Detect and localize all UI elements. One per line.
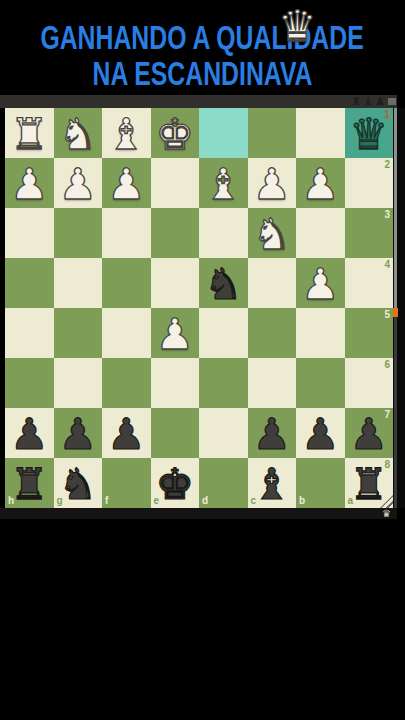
black-pawn[interactable]: ♟ <box>296 408 345 458</box>
white-pawn[interactable]: ♟ <box>102 158 151 208</box>
black-rook[interactable]: ♜ <box>345 458 394 508</box>
square-g8[interactable]: g♞ <box>54 458 103 508</box>
black-pawn[interactable]: ♟ <box>54 408 103 458</box>
square-d6[interactable] <box>199 358 248 408</box>
square-a8[interactable]: 8a♜ <box>345 458 394 508</box>
square-h6[interactable] <box>5 358 54 408</box>
square-c1[interactable] <box>248 108 297 158</box>
square-c8[interactable]: c♝ <box>248 458 297 508</box>
white-pawn[interactable]: ♟ <box>151 308 200 358</box>
square-c3[interactable]: ♞ <box>248 208 297 258</box>
file-label-f: f <box>105 496 108 506</box>
captured-black-bishop-icon: ♝ <box>363 95 373 108</box>
square-g4[interactable] <box>54 258 103 308</box>
white-pawn[interactable]: ♟ <box>296 158 345 208</box>
captured-white-queen-icon: ♛ <box>382 508 391 519</box>
square-d7[interactable] <box>199 408 248 458</box>
square-g3[interactable] <box>54 208 103 258</box>
white-pawn[interactable]: ♟ <box>5 158 54 208</box>
white-bishop[interactable]: ♝ <box>199 158 248 208</box>
chess-board: ♜♞♝♚1♛♟♟♟♝♟♟2♞3♞♟4♟56♟♟♟♟♟7♟h♜g♞fe♚dc♝b8… <box>5 108 393 508</box>
square-a6[interactable]: 6 <box>345 358 394 408</box>
square-e1[interactable]: ♚ <box>151 108 200 158</box>
black-bishop[interactable]: ♝ <box>248 458 297 508</box>
black-king[interactable]: ♚ <box>151 458 200 508</box>
square-b7[interactable]: ♟ <box>296 408 345 458</box>
captured-black-rook-icon: ♜ <box>351 95 361 108</box>
square-e2[interactable] <box>151 158 200 208</box>
square-c6[interactable] <box>248 358 297 408</box>
square-c4[interactable] <box>248 258 297 308</box>
white-rook[interactable]: ♜ <box>5 108 54 158</box>
square-b3[interactable] <box>296 208 345 258</box>
square-d4[interactable]: ♞ <box>199 258 248 308</box>
captured-black-pawn-icon: ♟ <box>375 95 385 108</box>
rank-label-3: 3 <box>384 210 390 220</box>
scrollbar-track-lower <box>394 317 397 508</box>
square-b1[interactable] <box>296 108 345 158</box>
animating-white-queen[interactable]: ♛ <box>273 0 322 50</box>
title-line-2: NA ESCANDINAVA <box>0 57 405 91</box>
square-b4[interactable]: ♟ <box>296 258 345 308</box>
black-pawn[interactable]: ♟ <box>5 408 54 458</box>
square-f2[interactable]: ♟ <box>102 158 151 208</box>
black-knight[interactable]: ♞ <box>199 258 248 308</box>
square-a4[interactable]: 4 <box>345 258 394 308</box>
white-knight[interactable]: ♞ <box>248 208 297 258</box>
white-pawn[interactable]: ♟ <box>54 158 103 208</box>
square-f7[interactable]: ♟ <box>102 408 151 458</box>
top-player-bar: ♜♝♟ <box>0 95 397 108</box>
square-e3[interactable] <box>151 208 200 258</box>
square-c2[interactable]: ♟ <box>248 158 297 208</box>
square-f6[interactable] <box>102 358 151 408</box>
square-e4[interactable] <box>151 258 200 308</box>
square-h1[interactable]: ♜ <box>5 108 54 158</box>
scrollbar-thumb[interactable] <box>393 308 398 317</box>
topbar-ui-mark <box>388 98 396 105</box>
square-d2[interactable]: ♝ <box>199 158 248 208</box>
square-g6[interactable] <box>54 358 103 408</box>
page: GANHANDO A QUALIDADE NA ESCANDINAVA ♜♝♟ … <box>0 0 405 720</box>
file-label-d: d <box>202 496 208 506</box>
file-label-b: b <box>299 496 305 506</box>
square-b8[interactable]: b <box>296 458 345 508</box>
black-queen[interactable]: ♛ <box>345 108 394 158</box>
black-rook[interactable]: ♜ <box>5 458 54 508</box>
square-g7[interactable]: ♟ <box>54 408 103 458</box>
square-e6[interactable] <box>151 358 200 408</box>
title-line-2-text: NA ESCANDINAVA <box>93 55 313 92</box>
square-f8[interactable]: f <box>102 458 151 508</box>
right-scroll-strip <box>393 108 405 508</box>
square-h3[interactable] <box>5 208 54 258</box>
square-h5[interactable] <box>5 308 54 358</box>
bottom-player-bar: ♛ <box>0 508 397 519</box>
square-f5[interactable] <box>102 308 151 358</box>
square-g5[interactable] <box>54 308 103 358</box>
square-e5[interactable]: ♟ <box>151 308 200 358</box>
square-f1[interactable]: ♝ <box>102 108 151 158</box>
square-c5[interactable] <box>248 308 297 358</box>
square-e8[interactable]: e♚ <box>151 458 200 508</box>
square-a5[interactable]: 5 <box>345 308 394 358</box>
black-pawn[interactable]: ♟ <box>102 408 151 458</box>
rank-label-5: 5 <box>384 310 390 320</box>
rank-label-4: 4 <box>384 260 390 270</box>
white-pawn[interactable]: ♟ <box>296 258 345 308</box>
captured-pieces-tray-top: ♜♝♟ <box>351 95 385 108</box>
square-c7[interactable]: ♟ <box>248 408 297 458</box>
white-pawn[interactable]: ♟ <box>248 158 297 208</box>
white-king[interactable]: ♚ <box>151 108 200 158</box>
square-h2[interactable]: ♟ <box>5 158 54 208</box>
square-h4[interactable] <box>5 258 54 308</box>
square-d8[interactable]: d <box>199 458 248 508</box>
square-h7[interactable]: ♟ <box>5 408 54 458</box>
square-d5[interactable] <box>199 308 248 358</box>
square-b5[interactable] <box>296 308 345 358</box>
black-pawn[interactable]: ♟ <box>345 408 394 458</box>
square-b6[interactable] <box>296 358 345 408</box>
rank-label-6: 6 <box>384 360 390 370</box>
square-h8[interactable]: h♜ <box>5 458 54 508</box>
square-f3[interactable] <box>102 208 151 258</box>
square-g2[interactable]: ♟ <box>54 158 103 208</box>
scrollbar-track <box>394 108 397 308</box>
captured-pieces-tray-bottom: ♛ <box>382 508 391 519</box>
white-bishop[interactable]: ♝ <box>102 108 151 158</box>
black-knight[interactable]: ♞ <box>54 458 103 508</box>
square-b2[interactable]: ♟ <box>296 158 345 208</box>
white-knight[interactable]: ♞ <box>54 108 103 158</box>
square-d1[interactable] <box>199 108 248 158</box>
square-a1[interactable]: 1♛ <box>345 108 394 158</box>
square-f4[interactable] <box>102 258 151 308</box>
square-a3[interactable]: 3 <box>345 208 394 258</box>
square-d3[interactable] <box>199 208 248 258</box>
square-a7[interactable]: 7♟ <box>345 408 394 458</box>
title-line-1: GANHANDO A QUALIDADE <box>0 21 405 55</box>
square-a2[interactable]: 2 <box>345 158 394 208</box>
black-pawn[interactable]: ♟ <box>248 408 297 458</box>
rank-label-2: 2 <box>384 160 390 170</box>
square-e7[interactable] <box>151 408 200 458</box>
square-g1[interactable]: ♞ <box>54 108 103 158</box>
